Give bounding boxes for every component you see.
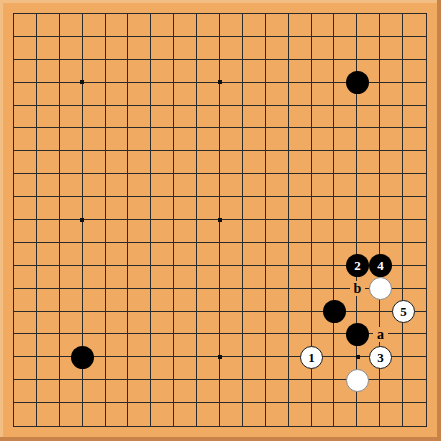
goban: 12345ba: [0, 0, 441, 441]
grid-cell: [14, 357, 37, 380]
grid-cell: [312, 266, 335, 289]
grid-cell: [312, 60, 335, 83]
grid-cell: [106, 14, 129, 37]
grid-cell: [174, 357, 197, 380]
grid-cell: [37, 83, 60, 106]
grid-cell: [243, 14, 266, 37]
grid-cell: [266, 128, 289, 151]
grid-cell: [37, 289, 60, 312]
grid-cell: [243, 312, 266, 335]
grid-cell: [243, 289, 266, 312]
grid-cell: [14, 403, 37, 426]
grid-cell: [243, 357, 266, 380]
grid-cell: [151, 83, 174, 106]
grid-cell: [380, 128, 403, 151]
grid-cell: [197, 37, 220, 60]
grid-cell: [357, 403, 380, 426]
grid-cell: [380, 60, 403, 83]
grid-cell: [380, 197, 403, 220]
grid-cell: [128, 83, 151, 106]
grid-cell: [128, 380, 151, 403]
grid-cell: [128, 243, 151, 266]
grid-cell: [151, 106, 174, 129]
grid-cell: [334, 403, 357, 426]
grid-cell: [14, 174, 37, 197]
grid-cell: [151, 403, 174, 426]
grid-cell: [312, 403, 335, 426]
grid-cell: [266, 403, 289, 426]
grid-cell: [106, 197, 129, 220]
grid-cell: [266, 106, 289, 129]
grid-cell: [106, 37, 129, 60]
grid-cell: [380, 106, 403, 129]
grid-cell: [60, 289, 83, 312]
grid-cell: [197, 289, 220, 312]
grid-cell: [289, 106, 312, 129]
grid-cell: [197, 60, 220, 83]
grid-cell: [106, 289, 129, 312]
grid-cell: [151, 60, 174, 83]
grid-cell: [380, 83, 403, 106]
grid-cell: [266, 197, 289, 220]
point-label-b: b: [350, 281, 365, 296]
grid-cell: [220, 380, 243, 403]
stone-black-P6: [323, 300, 346, 323]
grid-cell: [334, 37, 357, 60]
grid-cell: [266, 312, 289, 335]
grid-cell: [14, 106, 37, 129]
grid-cell: [37, 106, 60, 129]
grid-cell: [37, 334, 60, 357]
grid-cell: [174, 289, 197, 312]
grid-cell: [289, 243, 312, 266]
grid-cell: [334, 151, 357, 174]
grid-cell: [83, 197, 106, 220]
grid-cell: [37, 403, 60, 426]
grid-cell: [83, 106, 106, 129]
grid-cell: [380, 14, 403, 37]
grid-cell: [106, 380, 129, 403]
grid-cell: [128, 151, 151, 174]
grid-cell: [60, 83, 83, 106]
grid-cell: [128, 60, 151, 83]
grid-cell: [312, 37, 335, 60]
grid-cell: [151, 334, 174, 357]
grid-cell: [14, 37, 37, 60]
grid-cell: [14, 266, 37, 289]
star-point: [80, 80, 84, 84]
grid-cell: [403, 357, 426, 380]
grid-cell: [403, 334, 426, 357]
grid-cell: [14, 60, 37, 83]
grid-cell: [312, 220, 335, 243]
grid-cell: [37, 128, 60, 151]
grid-cell: [197, 334, 220, 357]
grid-cell: [151, 174, 174, 197]
star-point: [218, 80, 222, 84]
grid-cell: [14, 83, 37, 106]
grid-cell: [334, 220, 357, 243]
grid-cell: [106, 174, 129, 197]
grid-cell: [243, 83, 266, 106]
stone-white-S6: 5: [392, 300, 415, 323]
grid-cell: [151, 243, 174, 266]
grid-cell: [357, 37, 380, 60]
stone-white-R4: 3: [369, 346, 392, 369]
grid-cell: [60, 151, 83, 174]
stone-black-Q8: 2: [346, 254, 369, 277]
grid-cell: [128, 106, 151, 129]
grid-cell: [60, 380, 83, 403]
grid-cell: [37, 37, 60, 60]
grid-cell: [289, 60, 312, 83]
grid-cell: [266, 174, 289, 197]
grid-cell: [14, 14, 37, 37]
grid-cell: [83, 403, 106, 426]
grid-cell: [312, 14, 335, 37]
grid-cell: [312, 106, 335, 129]
grid-cell: [403, 106, 426, 129]
grid-cell: [83, 220, 106, 243]
grid-cell: [37, 60, 60, 83]
grid-cell: [174, 403, 197, 426]
grid-cell: [14, 151, 37, 174]
grid-cell: [220, 83, 243, 106]
grid-cell: [243, 37, 266, 60]
grid-cell: [128, 266, 151, 289]
grid-cell: [312, 128, 335, 151]
grid-cell: [220, 334, 243, 357]
grid-cell: [37, 14, 60, 37]
grid-cell: [357, 220, 380, 243]
grid-cell: [83, 14, 106, 37]
grid-cell: [128, 14, 151, 37]
grid-cell: [266, 357, 289, 380]
grid-cell: [243, 243, 266, 266]
grid-cell: [357, 174, 380, 197]
grid-cell: [128, 312, 151, 335]
grid-cell: [220, 403, 243, 426]
grid-cell: [289, 380, 312, 403]
grid-cell: [243, 197, 266, 220]
grid-cell: [37, 174, 60, 197]
grid-cell: [266, 380, 289, 403]
grid-cell: [37, 151, 60, 174]
grid-cell: [37, 266, 60, 289]
grid-cell: [37, 197, 60, 220]
point-label-a: a: [373, 327, 388, 342]
grid-cell: [266, 37, 289, 60]
grid-cell: [220, 174, 243, 197]
grid-cell: [220, 60, 243, 83]
grid-cell: [403, 380, 426, 403]
grid-cell: [83, 151, 106, 174]
grid-cell: [83, 266, 106, 289]
grid-cell: [83, 380, 106, 403]
star-point: [80, 218, 84, 222]
grid-cell: [334, 14, 357, 37]
grid-cell: [151, 14, 174, 37]
grid-cell: [220, 128, 243, 151]
grid-cell: [403, 151, 426, 174]
grid-cell: [128, 197, 151, 220]
grid-cell: [151, 266, 174, 289]
grid-cell: [106, 403, 129, 426]
grid-cell: [403, 60, 426, 83]
grid-cell: [243, 60, 266, 83]
grid-cell: [14, 312, 37, 335]
grid-cell: [403, 128, 426, 151]
grid-cell: [243, 403, 266, 426]
grid-cell: [266, 83, 289, 106]
grid-cell: [83, 60, 106, 83]
grid-cell: [312, 243, 335, 266]
grid-cell: [357, 14, 380, 37]
grid-cell: [289, 83, 312, 106]
grid-cell: [60, 128, 83, 151]
grid-cell: [60, 197, 83, 220]
grid-cell: [289, 266, 312, 289]
grid-cell: [151, 197, 174, 220]
grid-cell: [243, 220, 266, 243]
grid-cell: [37, 357, 60, 380]
grid-cell: [403, 197, 426, 220]
grid-cell: [128, 357, 151, 380]
grid-cell: [60, 37, 83, 60]
grid-cell: [197, 106, 220, 129]
grid-cell: [174, 334, 197, 357]
grid-cell: [151, 220, 174, 243]
grid-cell: [289, 289, 312, 312]
grid-cell: [266, 289, 289, 312]
grid-cell: [220, 197, 243, 220]
grid-cell: [197, 357, 220, 380]
grid-cell: [403, 174, 426, 197]
grid-cell: [151, 357, 174, 380]
grid-cell: [357, 106, 380, 129]
grid-cell: [128, 334, 151, 357]
stone-white-Q3: [346, 369, 369, 392]
grid-cell: [220, 243, 243, 266]
grid-cell: [403, 243, 426, 266]
stone-black-R8: 4: [369, 254, 392, 277]
stone-black-Q16: [346, 71, 369, 94]
grid-cell: [289, 174, 312, 197]
go-board-diagram: 12345ba: [0, 0, 441, 441]
grid-cell: [128, 220, 151, 243]
grid-cell: [106, 266, 129, 289]
grid-cell: [334, 106, 357, 129]
grid-cell: [312, 151, 335, 174]
grid-cell: [220, 14, 243, 37]
grid-cell: [14, 380, 37, 403]
grid-cell: [174, 243, 197, 266]
grid-cell: [312, 197, 335, 220]
grid-cell: [60, 174, 83, 197]
grid-cell: [312, 380, 335, 403]
grid-cell: [312, 83, 335, 106]
grid-cell: [174, 266, 197, 289]
grid-cell: [174, 380, 197, 403]
grid-cell: [60, 266, 83, 289]
grid-cell: [174, 106, 197, 129]
grid-cell: [83, 83, 106, 106]
grid-cell: [243, 106, 266, 129]
grid-cell: [106, 334, 129, 357]
grid-cell: [151, 380, 174, 403]
grid-cell: [197, 151, 220, 174]
grid-cell: [403, 37, 426, 60]
grid-cell: [151, 128, 174, 151]
grid-cell: [289, 37, 312, 60]
grid-cell: [266, 14, 289, 37]
grid-cell: [37, 312, 60, 335]
grid-cell: [289, 197, 312, 220]
grid-cell: [266, 243, 289, 266]
grid-cell: [403, 403, 426, 426]
grid-cell: [174, 312, 197, 335]
grid-cell: [14, 334, 37, 357]
grid-cell: [289, 128, 312, 151]
grid-cell: [128, 37, 151, 60]
grid-cell: [128, 289, 151, 312]
grid-cell: [403, 14, 426, 37]
grid-cell: [151, 289, 174, 312]
grid-cell: [174, 151, 197, 174]
grid-cell: [220, 312, 243, 335]
grid-cell: [197, 128, 220, 151]
grid-cell: [128, 403, 151, 426]
grid-cell: [197, 266, 220, 289]
grid-cell: [403, 220, 426, 243]
grid-cell: [266, 266, 289, 289]
grid-cell: [197, 312, 220, 335]
grid-cell: [197, 243, 220, 266]
grid-cell: [266, 60, 289, 83]
grid-cell: [220, 151, 243, 174]
grid-cell: [106, 128, 129, 151]
grid-cell: [380, 37, 403, 60]
grid-cell: [220, 37, 243, 60]
grid-cell: [403, 83, 426, 106]
grid-cell: [37, 220, 60, 243]
grid-cell: [60, 243, 83, 266]
grid-cell: [106, 312, 129, 335]
grid-cell: [380, 174, 403, 197]
grid-cell: [83, 312, 106, 335]
grid-cell: [37, 380, 60, 403]
grid-cell: [197, 83, 220, 106]
grid-cell: [220, 266, 243, 289]
grid-cell: [334, 128, 357, 151]
star-point: [218, 355, 222, 359]
grid-cell: [220, 357, 243, 380]
grid-cell: [14, 243, 37, 266]
grid-cell: [83, 174, 106, 197]
grid-cell: [380, 380, 403, 403]
grid-cell: [220, 289, 243, 312]
grid-cell: [334, 174, 357, 197]
grid-cell: [197, 14, 220, 37]
grid-cell: [197, 403, 220, 426]
grid-cell: [128, 128, 151, 151]
grid-cell: [60, 106, 83, 129]
grid-cell: [197, 220, 220, 243]
grid-cell: [83, 37, 106, 60]
grid-cell: [289, 220, 312, 243]
star-point: [356, 355, 360, 359]
grid-cell: [60, 403, 83, 426]
grid-cell: [106, 106, 129, 129]
grid-cell: [220, 220, 243, 243]
grid-cell: [243, 174, 266, 197]
grid-cell: [37, 243, 60, 266]
stone-black-Q5: [346, 323, 369, 346]
grid-cell: [151, 151, 174, 174]
grid-cell: [151, 312, 174, 335]
grid-cell: [106, 151, 129, 174]
grid-cell: [197, 197, 220, 220]
grid-cell: [174, 174, 197, 197]
grid-cell: [289, 403, 312, 426]
grid-cell: [174, 37, 197, 60]
grid-cell: [14, 289, 37, 312]
stone-white-O4: 1: [300, 346, 323, 369]
grid-cell: [106, 243, 129, 266]
grid-cell: [243, 151, 266, 174]
grid-cell: [266, 151, 289, 174]
grid-cell: [174, 128, 197, 151]
grid-cell: [243, 128, 266, 151]
grid-cell: [289, 312, 312, 335]
grid-cell: [380, 403, 403, 426]
grid-cell: [380, 220, 403, 243]
grid-cell: [357, 151, 380, 174]
grid-cell: [106, 220, 129, 243]
grid-cell: [334, 197, 357, 220]
grid-cell: [174, 197, 197, 220]
grid-cell: [174, 83, 197, 106]
grid-cell: [83, 289, 106, 312]
grid-cell: [60, 220, 83, 243]
grid-cell: [266, 220, 289, 243]
grid-cell: [83, 243, 106, 266]
grid-cell: [357, 128, 380, 151]
grid-cell: [14, 128, 37, 151]
grid-cell: [174, 60, 197, 83]
stone-white-R7: [369, 277, 392, 300]
grid-cell: [14, 197, 37, 220]
grid-cell: [128, 174, 151, 197]
grid-cell: [243, 380, 266, 403]
grid-cell: [403, 266, 426, 289]
grid-cell: [174, 14, 197, 37]
grid-cell: [312, 174, 335, 197]
grid-cell: [106, 60, 129, 83]
grid-cell: [243, 334, 266, 357]
grid-cell: [60, 312, 83, 335]
grid-cell: [243, 266, 266, 289]
grid-cell: [106, 83, 129, 106]
grid-cell: [14, 220, 37, 243]
grid-cell: [266, 334, 289, 357]
grid-cell: [220, 106, 243, 129]
stone-black-D4: [71, 346, 94, 369]
grid-cell: [106, 357, 129, 380]
grid-cell: [289, 14, 312, 37]
grid-cell: [83, 128, 106, 151]
grid-cell: [380, 151, 403, 174]
